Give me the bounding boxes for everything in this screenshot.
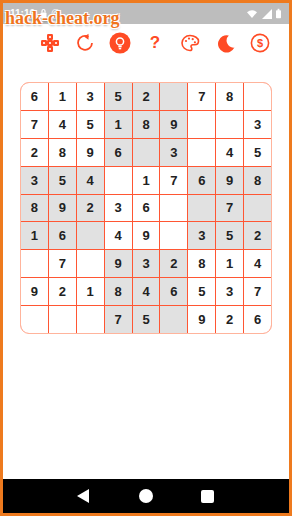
restart-button[interactable] [74,32,96,54]
cell-r6c9[interactable]: 2 [244,222,271,249]
cell-r8c6[interactable]: 6 [160,278,187,305]
coins-button[interactable]: $ [249,32,271,54]
cell-r4c7[interactable]: 6 [188,167,215,194]
cell-r7c7[interactable]: 8 [188,250,215,277]
cell-r7c8[interactable]: 1 [216,250,243,277]
cell-r6c4[interactable]: 4 [105,222,132,249]
cell-r4c2[interactable]: 5 [49,167,76,194]
cell-r4c8[interactable]: 9 [216,167,243,194]
cell-r4c6[interactable]: 7 [160,167,187,194]
cell-r4c4[interactable] [105,167,132,194]
cell-r2c4[interactable]: 1 [105,111,132,138]
cell-r4c5[interactable]: 1 [133,167,160,194]
battery-icon [275,8,282,19]
cell-r5c6[interactable] [160,195,187,222]
cell-r2c7[interactable] [188,111,215,138]
cell-r6c5[interactable]: 9 [133,222,160,249]
cell-r7c9[interactable]: 4 [244,250,271,277]
cell-r1c6[interactable] [160,83,187,110]
cell-r2c2[interactable]: 4 [49,111,76,138]
back-button[interactable] [77,489,89,503]
toolbar: ? $ [3,24,289,61]
cell-r5c4[interactable]: 3 [105,195,132,222]
cell-r2c5[interactable]: 8 [133,111,160,138]
cell-r2c8[interactable] [216,111,243,138]
cell-r3c6[interactable]: 3 [160,139,187,166]
cell-r9c2[interactable] [49,306,76,333]
cell-r7c4[interactable]: 9 [105,250,132,277]
moon-icon [215,33,235,53]
cell-r1c8[interactable]: 8 [216,83,243,110]
palette-icon [180,33,200,53]
lightbulb-icon [109,32,131,54]
cell-r5c1[interactable]: 8 [21,195,48,222]
hint-button[interactable] [109,32,131,54]
cell-r4c9[interactable]: 8 [244,167,271,194]
cell-r8c4[interactable]: 8 [105,278,132,305]
cell-r3c5[interactable] [133,139,160,166]
cell-r3c1[interactable]: 2 [21,139,48,166]
night-mode-button[interactable] [214,32,236,54]
cell-r9c8[interactable]: 2 [216,306,243,333]
question-mark-icon: ? [150,33,160,53]
cell-r8c1[interactable]: 9 [21,278,48,305]
dollar-glyph: $ [257,37,263,49]
cell-r2c6[interactable]: 9 [160,111,187,138]
cell-r3c3[interactable]: 9 [77,139,104,166]
cell-r9c4[interactable]: 7 [105,306,132,333]
cell-r7c5[interactable]: 3 [133,250,160,277]
cell-r8c5[interactable]: 4 [133,278,160,305]
cell-r6c8[interactable]: 5 [216,222,243,249]
cell-r8c8[interactable]: 3 [216,278,243,305]
cell-r3c8[interactable]: 4 [216,139,243,166]
signal-icon [261,9,272,19]
cell-r5c7[interactable] [188,195,215,222]
cell-r4c1[interactable]: 3 [21,167,48,194]
cell-r8c7[interactable]: 5 [188,278,215,305]
cell-r6c7[interactable]: 3 [188,222,215,249]
cell-r2c3[interactable]: 5 [77,111,104,138]
cell-r1c9[interactable] [244,83,271,110]
watermark: hack-cheat.org [5,8,119,29]
dpad-button[interactable] [39,32,61,54]
cell-r5c9[interactable] [244,195,271,222]
sudoku-board: 6135278745189328963453541769889236716493… [20,82,272,334]
cell-r9c9[interactable]: 6 [244,306,271,333]
cell-r9c7[interactable]: 9 [188,306,215,333]
cell-r6c3[interactable] [77,222,104,249]
cell-r5c8[interactable]: 7 [216,195,243,222]
cell-r2c1[interactable]: 7 [21,111,48,138]
cell-r1c3[interactable]: 3 [77,83,104,110]
cell-r3c2[interactable]: 8 [49,139,76,166]
cell-r4c3[interactable]: 4 [77,167,104,194]
cell-r8c3[interactable]: 1 [77,278,104,305]
cell-r9c6[interactable] [160,306,187,333]
dpad-icon [40,33,60,53]
restart-icon [75,33,95,53]
cell-r7c2[interactable]: 7 [49,250,76,277]
cell-r9c5[interactable]: 5 [133,306,160,333]
recents-button[interactable] [201,490,214,503]
navigation-bar [3,479,289,513]
cell-r7c3[interactable] [77,250,104,277]
cell-r2c9[interactable]: 3 [244,111,271,138]
coin-icon: $ [250,33,270,53]
cell-r1c1[interactable]: 6 [21,83,48,110]
cell-r3c9[interactable]: 5 [244,139,271,166]
theme-button[interactable] [179,32,201,54]
cell-r9c3[interactable] [77,306,104,333]
cell-r5c5[interactable]: 6 [133,195,160,222]
wifi-icon [246,9,258,19]
cell-r3c4[interactable]: 6 [105,139,132,166]
cell-r1c4[interactable]: 5 [105,83,132,110]
cell-r1c7[interactable]: 7 [188,83,215,110]
home-button[interactable] [139,489,153,503]
cell-r8c2[interactable]: 2 [49,278,76,305]
cell-r1c2[interactable]: 1 [49,83,76,110]
cell-r5c2[interactable]: 9 [49,195,76,222]
cell-r1c5[interactable]: 2 [133,83,160,110]
status-right-icons [246,8,282,19]
cell-r6c2[interactable]: 6 [49,222,76,249]
cell-r7c1[interactable] [21,250,48,277]
cell-r6c6[interactable] [160,222,187,249]
phone-frame: 11:10 @ hack-cheat.org [0,0,292,516]
cell-r6c1[interactable]: 1 [21,222,48,249]
cell-r8c9[interactable]: 7 [244,278,271,305]
cell-r7c6[interactable]: 2 [160,250,187,277]
cell-r3c7[interactable] [188,139,215,166]
cell-r5c3[interactable]: 2 [77,195,104,222]
help-button[interactable]: ? [144,32,166,54]
cell-r9c1[interactable] [21,306,48,333]
